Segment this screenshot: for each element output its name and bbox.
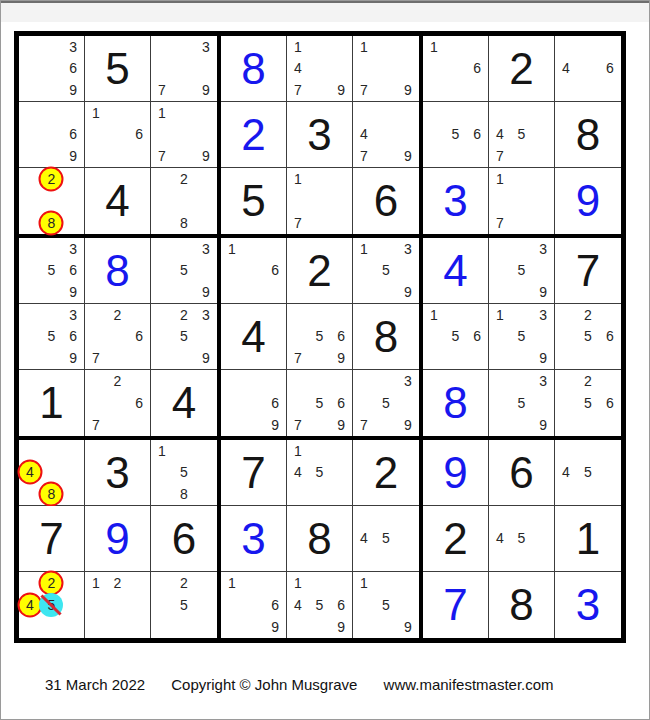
candidate-1: 1 — [353, 238, 375, 260]
candidate-6: 6 — [599, 58, 621, 80]
candidate-7: 7 — [353, 414, 375, 436]
box-3-2: 71452384516914569159 — [219, 438, 421, 640]
candidates: 359 — [489, 238, 554, 303]
box-3-1: 4831587962451225 — [17, 438, 219, 640]
candidates: 179 — [353, 36, 419, 101]
cell-r4c1[interactable]: 3569 — [19, 238, 85, 304]
cell-r1c9[interactable]: 46 — [555, 36, 621, 102]
candidate-6: 6 — [466, 58, 488, 80]
candidate-9: 9 — [195, 79, 217, 101]
candidate-9: 9 — [264, 414, 286, 436]
candidates: 2359 — [151, 304, 217, 369]
candidate-9: 9 — [330, 347, 352, 369]
candidate-7: 7 — [287, 414, 309, 436]
candidate-4: 4 — [19, 462, 41, 484]
candidates: 46 — [555, 36, 621, 101]
candidate-8: 8 — [173, 212, 195, 234]
candidate-5: 5 — [577, 326, 599, 348]
candidate-4: 4 — [489, 124, 511, 146]
footer-url[interactable]: www.manifestmaster.com — [384, 676, 554, 693]
box-1-2: 81479179234795176 — [219, 34, 421, 236]
cell-value: 8 — [489, 572, 554, 638]
candidates: 479 — [353, 102, 419, 167]
candidate-6: 6 — [62, 260, 84, 282]
candidate-1: 1 — [423, 304, 445, 326]
cell-r7c4[interactable]: 7 — [221, 440, 287, 506]
candidate-9: 9 — [264, 616, 286, 638]
cell-value: 2 — [423, 506, 488, 571]
candidate-5: 5 — [173, 326, 195, 348]
cell-r9c5[interactable]: 14569 — [287, 572, 353, 638]
candidate-7: 7 — [353, 79, 375, 101]
candidate-2: 2 — [173, 304, 195, 326]
cell-value: 8 — [423, 370, 488, 436]
candidate-1: 1 — [489, 168, 511, 190]
candidates: 169 — [221, 572, 286, 638]
candidate-7: 7 — [85, 347, 107, 369]
candidates: 5679 — [287, 370, 352, 436]
candidate-2: 2 — [577, 370, 599, 392]
candidate-4: 4 — [19, 594, 41, 616]
cell-r5c6[interactable]: 8 — [353, 304, 419, 370]
candidate-6: 6 — [62, 58, 84, 80]
cell-value: 8 — [353, 304, 419, 369]
candidate-2: 2 — [41, 572, 63, 594]
candidates: 14569 — [287, 572, 352, 638]
candidates: 359 — [489, 370, 554, 436]
candidates: 56 — [423, 102, 488, 167]
candidate-9: 9 — [397, 414, 419, 436]
candidates: 5679 — [287, 304, 352, 369]
candidate-3: 3 — [195, 304, 217, 326]
cell-r8c8[interactable]: 45 — [489, 506, 555, 572]
candidates: 48 — [19, 440, 84, 505]
cell-r8c4[interactable]: 3 — [221, 506, 287, 572]
cell-r3c2[interactable]: 4 — [85, 168, 151, 234]
cell-r8c9[interactable]: 1 — [555, 506, 621, 572]
candidate-5: 5 — [41, 260, 63, 282]
candidate-7: 7 — [85, 414, 107, 436]
candidates: 69 — [19, 102, 84, 167]
candidate-6: 6 — [599, 326, 621, 348]
candidate-6: 6 — [330, 392, 352, 414]
candidate-5: 5 — [309, 594, 331, 616]
candidate-2: 2 — [577, 304, 599, 326]
cell-value: 3 — [423, 168, 488, 234]
candidates: 245 — [19, 572, 84, 638]
cell-value: 5 — [221, 168, 286, 234]
cell-value: 4 — [151, 370, 217, 436]
candidate-3: 3 — [62, 304, 84, 326]
candidate-5: 5 — [577, 392, 599, 414]
cell-r6c2[interactable]: 267 — [85, 370, 151, 436]
candidate-7: 7 — [287, 347, 309, 369]
cell-r1c4[interactable]: 8 — [221, 36, 287, 102]
cell-r8c2[interactable]: 9 — [85, 506, 151, 572]
candidate-4: 4 — [287, 58, 309, 80]
cell-value: 3 — [555, 572, 621, 638]
cell-r7c8[interactable]: 6 — [489, 440, 555, 506]
cell-r4c8[interactable]: 359 — [489, 238, 555, 304]
candidate-6: 6 — [264, 594, 286, 616]
cell-value: 6 — [151, 506, 217, 571]
cell-r7c3[interactable]: 158 — [151, 440, 217, 506]
candidate-1: 1 — [221, 572, 243, 594]
candidate-9: 9 — [330, 79, 352, 101]
candidate-1: 1 — [221, 238, 243, 260]
candidate-6: 6 — [62, 124, 84, 146]
candidates: 156 — [423, 304, 488, 369]
candidate-4: 4 — [353, 124, 375, 146]
box-1-3: 162465645783179 — [421, 34, 623, 236]
cell-r5c1[interactable]: 3569 — [19, 304, 85, 370]
cell-r4c3[interactable]: 359 — [151, 238, 217, 304]
candidates: 28 — [19, 168, 84, 234]
candidate-2: 2 — [173, 168, 195, 190]
cell-value: 6 — [353, 168, 419, 234]
candidate-2: 2 — [107, 572, 129, 594]
candidate-9: 9 — [397, 616, 419, 638]
cell-r6c3[interactable]: 4 — [151, 370, 217, 436]
cell-r3c5[interactable]: 17 — [287, 168, 353, 234]
candidate-1: 1 — [287, 36, 309, 58]
candidate-3: 3 — [62, 36, 84, 58]
candidates: 16 — [221, 238, 286, 303]
candidate-9: 9 — [62, 79, 84, 101]
candidate-4: 4 — [555, 58, 577, 80]
candidates: 159 — [353, 572, 419, 638]
cell-r7c7[interactable]: 9 — [423, 440, 489, 506]
cell-r9c7[interactable]: 7 — [423, 572, 489, 638]
cell-r3c9[interactable]: 9 — [555, 168, 621, 234]
candidate-8: 8 — [41, 212, 63, 234]
cell-value: 8 — [221, 36, 286, 101]
window-chrome-strip — [1, 1, 649, 22]
candidate-3: 3 — [532, 238, 554, 260]
candidate-1: 1 — [423, 36, 445, 58]
candidates: 45 — [353, 506, 419, 571]
cell-r3c6[interactable]: 6 — [353, 168, 419, 234]
candidate-3: 3 — [532, 370, 554, 392]
candidate-4: 4 — [555, 462, 577, 484]
cell-r9c1[interactable]: 245 — [19, 572, 85, 638]
candidate-6: 6 — [264, 392, 286, 414]
candidate-3: 3 — [397, 238, 419, 260]
candidates: 256 — [555, 304, 621, 369]
cell-r7c1[interactable]: 48 — [19, 440, 85, 506]
candidates: 17 — [489, 168, 554, 234]
candidates: 25 — [151, 572, 217, 638]
cell-r6c5[interactable]: 5679 — [287, 370, 353, 436]
cell-value: 6 — [489, 440, 554, 505]
candidates: 3569 — [19, 304, 84, 369]
cell-r7c2[interactable]: 3 — [85, 440, 151, 506]
candidate-5: 5 — [577, 462, 599, 484]
candidate-5: 5 — [511, 260, 533, 282]
cell-value: 1 — [19, 370, 84, 436]
cell-r4c7[interactable]: 4 — [423, 238, 489, 304]
cell-r1c1[interactable]: 369 — [19, 36, 85, 102]
candidate-7: 7 — [489, 212, 511, 234]
candidate-2: 2 — [41, 168, 63, 190]
candidate-6: 6 — [128, 392, 150, 414]
cell-value: 5 — [85, 36, 150, 101]
candidate-3: 3 — [62, 238, 84, 260]
box-2-3: 4359715613592568359256 — [421, 236, 623, 438]
cell-r8c3[interactable]: 6 — [151, 506, 217, 572]
candidate-6: 6 — [62, 326, 84, 348]
candidate-5: 5 — [511, 392, 533, 414]
cell-r3c4[interactable]: 5 — [221, 168, 287, 234]
candidate-9: 9 — [195, 347, 217, 369]
footer-copyright: Copyright © John Musgrave — [171, 676, 357, 693]
cell-value: 7 — [423, 572, 488, 638]
candidate-1: 1 — [489, 304, 511, 326]
candidate-5: 5 — [445, 326, 467, 348]
candidate-1: 1 — [85, 102, 107, 124]
candidate-5: 5 — [309, 462, 331, 484]
cell-r9c6[interactable]: 159 — [353, 572, 419, 638]
candidate-9: 9 — [62, 281, 84, 303]
candidate-9: 9 — [532, 281, 554, 303]
cell-r1c6[interactable]: 179 — [353, 36, 419, 102]
candidates: 28 — [151, 168, 217, 234]
candidates: 179 — [151, 102, 217, 167]
cell-value: 2 — [489, 36, 554, 101]
candidate-6: 6 — [128, 326, 150, 348]
candidate-5: 5 — [173, 260, 195, 282]
box-2-1: 356983593569267235912674 — [17, 236, 219, 438]
cell-r4c5[interactable]: 2 — [287, 238, 353, 304]
candidates: 45 — [489, 506, 554, 571]
cell-r6c4[interactable]: 69 — [221, 370, 287, 436]
cell-r5c9[interactable]: 256 — [555, 304, 621, 370]
cell-r4c6[interactable]: 1359 — [353, 238, 419, 304]
cell-r6c9[interactable]: 256 — [555, 370, 621, 436]
candidate-2: 2 — [173, 572, 195, 594]
candidate-2: 2 — [107, 304, 129, 326]
cell-r5c5[interactable]: 5679 — [287, 304, 353, 370]
cell-r1c7[interactable]: 16 — [423, 36, 489, 102]
cell-r2c1[interactable]: 69 — [19, 102, 85, 168]
cell-value: 7 — [555, 238, 621, 303]
candidates: 17 — [287, 168, 352, 234]
candidate-1: 1 — [287, 572, 309, 594]
candidate-9: 9 — [397, 281, 419, 303]
cell-r9c9[interactable]: 3 — [555, 572, 621, 638]
cell-r6c8[interactable]: 359 — [489, 370, 555, 436]
cell-r2c7[interactable]: 56 — [423, 102, 489, 168]
candidate-3: 3 — [195, 238, 217, 260]
cell-r4c9[interactable]: 7 — [555, 238, 621, 304]
page: 3695379691617928428814791792347951761624… — [0, 0, 650, 720]
cell-r8c6[interactable]: 45 — [353, 506, 419, 572]
candidates: 379 — [151, 36, 217, 101]
candidate-5: 5 — [511, 528, 533, 550]
cell-r4c2[interactable]: 8 — [85, 238, 151, 304]
candidate-7: 7 — [287, 79, 309, 101]
candidate-5: 5 — [173, 594, 195, 616]
cell-r5c4[interactable]: 4 — [221, 304, 287, 370]
candidates: 256 — [555, 370, 621, 436]
candidate-6: 6 — [128, 124, 150, 146]
candidates: 12 — [85, 572, 150, 638]
candidates: 3579 — [353, 370, 419, 436]
candidates: 69 — [221, 370, 286, 436]
cell-value: 9 — [85, 506, 150, 571]
candidate-9: 9 — [195, 281, 217, 303]
cell-value: 3 — [287, 102, 352, 167]
cell-value: 2 — [287, 238, 352, 303]
candidate-9: 9 — [62, 145, 84, 167]
cell-r2c4[interactable]: 2 — [221, 102, 287, 168]
cell-r3c8[interactable]: 17 — [489, 168, 555, 234]
cell-r1c3[interactable]: 379 — [151, 36, 217, 102]
cell-r5c8[interactable]: 1359 — [489, 304, 555, 370]
cell-r3c3[interactable]: 28 — [151, 168, 217, 234]
cell-r9c2[interactable]: 12 — [85, 572, 151, 638]
cell-value: 8 — [85, 238, 150, 303]
cell-r5c7[interactable]: 156 — [423, 304, 489, 370]
cell-r1c5[interactable]: 1479 — [287, 36, 353, 102]
cell-r7c9[interactable]: 45 — [555, 440, 621, 506]
cell-r2c3[interactable]: 179 — [151, 102, 217, 168]
candidates: 267 — [85, 304, 150, 369]
candidate-7: 7 — [353, 145, 375, 167]
candidate-9: 9 — [62, 347, 84, 369]
cell-value: 4 — [221, 304, 286, 369]
candidate-1: 1 — [85, 572, 107, 594]
candidates: 45 — [555, 440, 621, 505]
candidate-5: 5 — [375, 528, 397, 550]
box-2-2: 16213594567986956793579 — [219, 236, 421, 438]
candidate-5: 5 — [445, 124, 467, 146]
candidate-6: 6 — [330, 594, 352, 616]
candidate-3: 3 — [195, 36, 217, 58]
cell-value: 8 — [555, 102, 621, 167]
cell-value: 7 — [221, 440, 286, 505]
candidates: 369 — [19, 36, 84, 101]
candidate-7: 7 — [151, 145, 173, 167]
candidate-8: 8 — [41, 483, 63, 505]
box-1-1: 3695379691617928428 — [17, 34, 219, 236]
candidate-2: 2 — [107, 370, 129, 392]
box-3-3: 96452451783 — [421, 438, 623, 640]
candidate-5: 5 — [41, 594, 63, 616]
cell-r8c1[interactable]: 7 — [19, 506, 85, 572]
candidates: 267 — [85, 370, 150, 436]
candidate-1: 1 — [287, 440, 309, 462]
candidate-7: 7 — [287, 212, 309, 234]
cell-r3c7[interactable]: 3 — [423, 168, 489, 234]
candidate-5: 5 — [41, 326, 63, 348]
candidate-6: 6 — [264, 260, 286, 282]
cell-r2c8[interactable]: 457 — [489, 102, 555, 168]
cell-r8c7[interactable]: 2 — [423, 506, 489, 572]
candidates: 457 — [489, 102, 554, 167]
candidate-5: 5 — [511, 326, 533, 348]
cell-value: 3 — [221, 506, 286, 571]
candidate-4: 4 — [287, 594, 309, 616]
cell-value: 3 — [85, 440, 150, 505]
cell-value: 7 — [19, 506, 84, 571]
cell-r9c3[interactable]: 25 — [151, 572, 217, 638]
cell-r2c9[interactable]: 8 — [555, 102, 621, 168]
cell-r9c4[interactable]: 169 — [221, 572, 287, 638]
cell-r1c2[interactable]: 5 — [85, 36, 151, 102]
cell-value: 8 — [287, 506, 352, 571]
candidates: 1359 — [489, 304, 554, 369]
cell-value: 9 — [423, 440, 488, 505]
cell-r2c5[interactable]: 3 — [287, 102, 353, 168]
cell-r4c4[interactable]: 16 — [221, 238, 287, 304]
cell-r6c1[interactable]: 1 — [19, 370, 85, 436]
candidate-1: 1 — [287, 168, 309, 190]
cell-r7c5[interactable]: 145 — [287, 440, 353, 506]
candidate-9: 9 — [397, 145, 419, 167]
cell-r1c8[interactable]: 2 — [489, 36, 555, 102]
candidate-1: 1 — [353, 36, 375, 58]
candidate-5: 5 — [375, 594, 397, 616]
cell-r6c7[interactable]: 8 — [423, 370, 489, 436]
candidate-6: 6 — [466, 326, 488, 348]
cell-r5c3[interactable]: 2359 — [151, 304, 217, 370]
cell-r2c6[interactable]: 479 — [353, 102, 419, 168]
candidates: 1479 — [287, 36, 352, 101]
cell-r3c1[interactable]: 28 — [19, 168, 85, 234]
cell-value: 4 — [423, 238, 488, 303]
cell-value: 9 — [555, 168, 621, 234]
candidates: 145 — [287, 440, 352, 505]
candidates: 158 — [151, 440, 217, 505]
cell-value: 2 — [221, 102, 286, 167]
candidate-7: 7 — [151, 79, 173, 101]
candidate-3: 3 — [397, 370, 419, 392]
candidate-9: 9 — [397, 79, 419, 101]
footer-date: 31 March 2022 — [45, 676, 145, 693]
candidate-4: 4 — [353, 528, 375, 550]
candidate-1: 1 — [151, 102, 173, 124]
candidate-4: 4 — [489, 528, 511, 550]
candidate-5: 5 — [375, 392, 397, 414]
cell-value: 4 — [85, 168, 150, 234]
candidate-9: 9 — [195, 145, 217, 167]
candidate-6: 6 — [466, 124, 488, 146]
cell-value: 2 — [353, 440, 419, 505]
candidate-6: 6 — [330, 326, 352, 348]
sudoku-board: 3695379691617928428814791792347951761624… — [14, 31, 626, 643]
cell-value: 1 — [555, 506, 621, 571]
candidate-1: 1 — [151, 440, 173, 462]
candidates: 1359 — [353, 238, 419, 303]
cell-r2c2[interactable]: 16 — [85, 102, 151, 168]
candidates: 3569 — [19, 238, 84, 303]
cell-r6c6[interactable]: 3579 — [353, 370, 419, 436]
cell-r8c5[interactable]: 8 — [287, 506, 353, 572]
footer: 31 March 2022 Copyright © John Musgrave … — [45, 676, 554, 693]
candidates: 359 — [151, 238, 217, 303]
cell-r7c6[interactable]: 2 — [353, 440, 419, 506]
candidate-6: 6 — [599, 392, 621, 414]
candidate-5: 5 — [309, 392, 331, 414]
candidate-8: 8 — [173, 483, 195, 505]
candidate-3: 3 — [532, 304, 554, 326]
candidate-5: 5 — [309, 326, 331, 348]
cell-r9c8[interactable]: 8 — [489, 572, 555, 638]
candidate-9: 9 — [532, 347, 554, 369]
cell-r5c2[interactable]: 267 — [85, 304, 151, 370]
candidate-4: 4 — [287, 462, 309, 484]
